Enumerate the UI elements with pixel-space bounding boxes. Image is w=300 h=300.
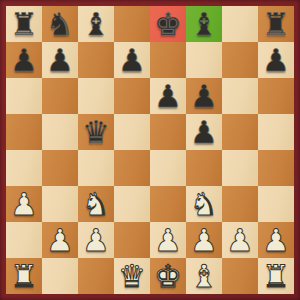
square-b8[interactable]: ♞ [42,6,78,42]
square-d5[interactable] [114,114,150,150]
square-b7[interactable]: ♟ [42,42,78,78]
square-a5[interactable] [6,114,42,150]
square-f1[interactable]: ♝ [186,258,222,294]
chess-board-frame: ♜♞♝♚♝♜♟♟♟♟♟♟♛♟♟♞♞♟♟♟♟♟♟♜♛♚♝♜ [0,0,300,300]
square-g2[interactable]: ♟ [222,222,258,258]
square-e5[interactable] [150,114,186,150]
square-c1[interactable] [78,258,114,294]
piece-white-pawn-a3[interactable]: ♟ [10,186,38,222]
square-g6[interactable] [222,78,258,114]
square-a2[interactable] [6,222,42,258]
square-e2[interactable]: ♟ [150,222,186,258]
square-d2[interactable] [114,222,150,258]
piece-black-pawn-f6[interactable]: ♟ [190,78,218,114]
square-e6[interactable]: ♟ [150,78,186,114]
piece-black-rook-a8[interactable]: ♜ [10,6,38,42]
square-a6[interactable] [6,78,42,114]
piece-black-pawn-d7[interactable]: ♟ [118,42,146,78]
square-h3[interactable] [258,186,294,222]
piece-black-pawn-e6[interactable]: ♟ [154,78,182,114]
square-c4[interactable] [78,150,114,186]
square-f7[interactable] [186,42,222,78]
square-c8[interactable]: ♝ [78,6,114,42]
piece-white-queen-d1[interactable]: ♛ [118,258,146,294]
square-b3[interactable] [42,186,78,222]
square-a4[interactable] [6,150,42,186]
square-a7[interactable]: ♟ [6,42,42,78]
square-g8[interactable] [222,6,258,42]
square-b5[interactable] [42,114,78,150]
square-h6[interactable] [258,78,294,114]
square-b2[interactable]: ♟ [42,222,78,258]
piece-white-pawn-c2[interactable]: ♟ [82,222,110,258]
piece-black-bishop-c8[interactable]: ♝ [82,6,110,42]
square-d3[interactable] [114,186,150,222]
piece-black-pawn-h7[interactable]: ♟ [262,42,290,78]
piece-black-king-e8[interactable]: ♚ [154,6,182,42]
square-e3[interactable] [150,186,186,222]
square-a1[interactable]: ♜ [6,258,42,294]
square-g7[interactable] [222,42,258,78]
square-e4[interactable] [150,150,186,186]
square-d8[interactable] [114,6,150,42]
piece-white-knight-c3[interactable]: ♞ [82,186,110,222]
square-f5[interactable]: ♟ [186,114,222,150]
square-f8[interactable]: ♝ [186,6,222,42]
square-h7[interactable]: ♟ [258,42,294,78]
square-e1[interactable]: ♚ [150,258,186,294]
piece-white-pawn-g2[interactable]: ♟ [226,222,254,258]
piece-white-rook-a1[interactable]: ♜ [10,258,38,294]
piece-white-pawn-e2[interactable]: ♟ [154,222,182,258]
square-h4[interactable] [258,150,294,186]
piece-white-pawn-b2[interactable]: ♟ [46,222,74,258]
piece-white-rook-h1[interactable]: ♜ [262,258,290,294]
square-g5[interactable] [222,114,258,150]
square-b4[interactable] [42,150,78,186]
square-g4[interactable] [222,150,258,186]
piece-white-knight-f3[interactable]: ♞ [190,186,218,222]
square-h2[interactable]: ♟ [258,222,294,258]
square-d4[interactable] [114,150,150,186]
square-c3[interactable]: ♞ [78,186,114,222]
square-c6[interactable] [78,78,114,114]
piece-black-pawn-b7[interactable]: ♟ [46,42,74,78]
piece-white-pawn-f2[interactable]: ♟ [190,222,218,258]
square-f3[interactable]: ♞ [186,186,222,222]
piece-black-pawn-a7[interactable]: ♟ [10,42,38,78]
piece-black-pawn-f5[interactable]: ♟ [190,114,218,150]
square-a8[interactable]: ♜ [6,6,42,42]
square-c5[interactable]: ♛ [78,114,114,150]
square-g3[interactable] [222,186,258,222]
piece-white-king-e1[interactable]: ♚ [154,258,182,294]
square-d1[interactable]: ♛ [114,258,150,294]
piece-white-pawn-h2[interactable]: ♟ [262,222,290,258]
square-f6[interactable]: ♟ [186,78,222,114]
square-d7[interactable]: ♟ [114,42,150,78]
square-f4[interactable] [186,150,222,186]
square-d6[interactable] [114,78,150,114]
square-f2[interactable]: ♟ [186,222,222,258]
square-h5[interactable] [258,114,294,150]
square-b6[interactable] [42,78,78,114]
square-c2[interactable]: ♟ [78,222,114,258]
square-g1[interactable] [222,258,258,294]
piece-black-bishop-f8[interactable]: ♝ [190,6,218,42]
square-c7[interactable] [78,42,114,78]
piece-black-knight-b8[interactable]: ♞ [46,6,74,42]
piece-black-rook-h8[interactable]: ♜ [262,6,290,42]
piece-black-queen-c5[interactable]: ♛ [82,114,110,150]
square-h1[interactable]: ♜ [258,258,294,294]
square-a3[interactable]: ♟ [6,186,42,222]
square-e8[interactable]: ♚ [150,6,186,42]
chess-board: ♜♞♝♚♝♜♟♟♟♟♟♟♛♟♟♞♞♟♟♟♟♟♟♜♛♚♝♜ [6,6,294,294]
square-h8[interactable]: ♜ [258,6,294,42]
square-b1[interactable] [42,258,78,294]
piece-white-bishop-f1[interactable]: ♝ [190,258,218,294]
square-e7[interactable] [150,42,186,78]
